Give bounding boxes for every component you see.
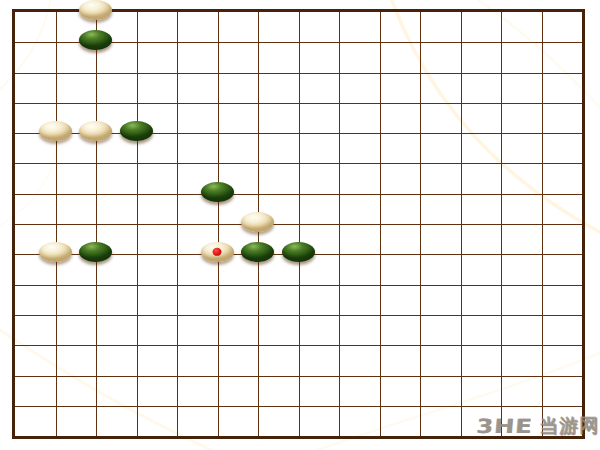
stone-green [120, 121, 153, 141]
stone-white [79, 0, 112, 20]
stone-green [241, 242, 274, 262]
gomoku-board[interactable]: 3HE 当游网 [0, 0, 600, 450]
stone-white-last-move [201, 242, 234, 262]
stone-white [79, 121, 112, 141]
stone-white [39, 242, 72, 262]
last-move-marker [213, 248, 222, 256]
watermark-site-name: 当游网 [539, 413, 599, 439]
stone-white [241, 212, 274, 232]
watermark: 3HE 当游网 [476, 412, 599, 440]
stone-green [79, 242, 112, 262]
stone-green [282, 242, 315, 262]
stone-green [201, 182, 234, 202]
stones-layer [0, 0, 600, 450]
watermark-logo: 3HE [475, 415, 533, 438]
stone-green [79, 30, 112, 50]
stone-white [39, 121, 72, 141]
